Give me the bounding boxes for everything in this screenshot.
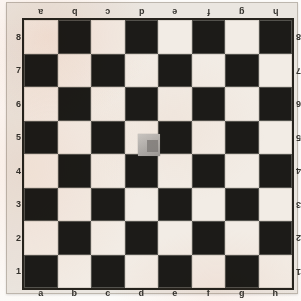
- square-h2[interactable]: [259, 221, 293, 255]
- rank-label-2: 2: [292, 221, 301, 255]
- square-e7[interactable]: [158, 54, 192, 88]
- square-c2[interactable]: [91, 221, 125, 255]
- rank-labels-right: 87654321: [292, 20, 301, 288]
- rank-label-2: 2: [13, 221, 24, 255]
- square-d6[interactable]: [125, 87, 159, 121]
- square-b6[interactable]: [58, 87, 92, 121]
- rank-label-1: 1: [13, 255, 24, 289]
- rank-label-6: 6: [13, 87, 24, 121]
- square-g5[interactable]: [225, 121, 259, 155]
- file-label-h: h: [259, 6, 293, 18]
- square-h5[interactable]: [259, 121, 293, 155]
- square-d2[interactable]: [125, 221, 159, 255]
- square-e1[interactable]: [158, 255, 192, 289]
- square-g3[interactable]: [225, 188, 259, 222]
- file-label-d: d: [125, 289, 159, 297]
- file-label-f: f: [192, 6, 226, 18]
- square-a8[interactable]: [24, 20, 58, 54]
- gray-cursor-inner: [147, 140, 158, 152]
- square-a2[interactable]: [24, 221, 58, 255]
- rank-label-3: 3: [13, 188, 24, 222]
- square-d4[interactable]: [125, 154, 159, 188]
- rank-label-8: 8: [292, 20, 301, 54]
- rank-label-5: 5: [13, 121, 24, 155]
- file-label-a: a: [24, 6, 58, 18]
- rank-label-4: 4: [292, 154, 301, 188]
- chessboard-photo: abcdefgh abcdefgh 87654321 87654321: [0, 0, 301, 301]
- square-g4[interactable]: [225, 154, 259, 188]
- square-a4[interactable]: [24, 154, 58, 188]
- gray-cursor-square: [138, 134, 160, 156]
- file-label-g: g: [225, 289, 259, 297]
- square-c4[interactable]: [91, 154, 125, 188]
- square-f7[interactable]: [192, 54, 226, 88]
- square-b2[interactable]: [58, 221, 92, 255]
- rank-label-5: 5: [292, 121, 301, 155]
- square-g2[interactable]: [225, 221, 259, 255]
- square-b1[interactable]: [58, 255, 92, 289]
- square-d1[interactable]: [125, 255, 159, 289]
- rank-label-3: 3: [292, 188, 301, 222]
- square-b4[interactable]: [58, 154, 92, 188]
- file-label-d: d: [125, 6, 159, 18]
- file-label-c: c: [91, 6, 125, 18]
- rank-label-8: 8: [13, 20, 24, 54]
- file-label-e: e: [158, 289, 192, 297]
- square-d3[interactable]: [125, 188, 159, 222]
- rank-labels-left: 87654321: [13, 20, 24, 288]
- square-e4[interactable]: [158, 154, 192, 188]
- square-c3[interactable]: [91, 188, 125, 222]
- file-label-c: c: [91, 289, 125, 297]
- square-h8[interactable]: [259, 20, 293, 54]
- square-f4[interactable]: [192, 154, 226, 188]
- square-b5[interactable]: [58, 121, 92, 155]
- rank-label-4: 4: [13, 154, 24, 188]
- square-h1[interactable]: [259, 255, 293, 289]
- file-labels-bottom: abcdefgh: [24, 289, 292, 297]
- file-label-f: f: [192, 289, 226, 297]
- square-f1[interactable]: [192, 255, 226, 289]
- square-a1[interactable]: [24, 255, 58, 289]
- square-a5[interactable]: [24, 121, 58, 155]
- square-h7[interactable]: [259, 54, 293, 88]
- square-f2[interactable]: [192, 221, 226, 255]
- square-e8[interactable]: [158, 20, 192, 54]
- square-f6[interactable]: [192, 87, 226, 121]
- rank-label-7: 7: [292, 54, 301, 88]
- square-c1[interactable]: [91, 255, 125, 289]
- rank-label-6: 6: [292, 87, 301, 121]
- square-a7[interactable]: [24, 54, 58, 88]
- file-label-a: a: [24, 289, 58, 297]
- square-d8[interactable]: [125, 20, 159, 54]
- square-g7[interactable]: [225, 54, 259, 88]
- square-h4[interactable]: [259, 154, 293, 188]
- square-b3[interactable]: [58, 188, 92, 222]
- square-c6[interactable]: [91, 87, 125, 121]
- square-e5[interactable]: [158, 121, 192, 155]
- square-d7[interactable]: [125, 54, 159, 88]
- file-label-h: h: [259, 289, 293, 297]
- rank-label-7: 7: [13, 54, 24, 88]
- square-h3[interactable]: [259, 188, 293, 222]
- square-a6[interactable]: [24, 87, 58, 121]
- square-c5[interactable]: [91, 121, 125, 155]
- square-b7[interactable]: [58, 54, 92, 88]
- file-labels-top: abcdefgh: [24, 6, 292, 18]
- square-g1[interactable]: [225, 255, 259, 289]
- rank-label-1: 1: [292, 255, 301, 289]
- square-f3[interactable]: [192, 188, 226, 222]
- file-label-e: e: [158, 6, 192, 18]
- square-f8[interactable]: [192, 20, 226, 54]
- square-h6[interactable]: [259, 87, 293, 121]
- square-f5[interactable]: [192, 121, 226, 155]
- square-g8[interactable]: [225, 20, 259, 54]
- file-label-b: b: [58, 6, 92, 18]
- square-a3[interactable]: [24, 188, 58, 222]
- square-c8[interactable]: [91, 20, 125, 54]
- square-g6[interactable]: [225, 87, 259, 121]
- file-label-g: g: [225, 6, 259, 18]
- square-b8[interactable]: [58, 20, 92, 54]
- file-label-b: b: [58, 289, 92, 297]
- square-e6[interactable]: [158, 87, 192, 121]
- square-e2[interactable]: [158, 221, 192, 255]
- square-c7[interactable]: [91, 54, 125, 88]
- square-e3[interactable]: [158, 188, 192, 222]
